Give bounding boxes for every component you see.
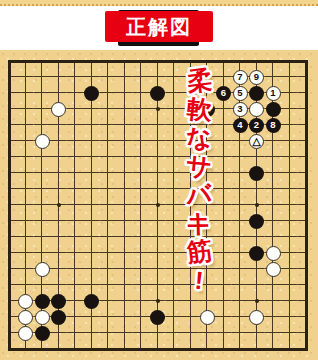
board-intersection [149, 277, 166, 293]
white-stone [51, 102, 66, 117]
board-intersection [17, 309, 34, 325]
board-intersection [83, 341, 100, 351]
board-intersection [8, 309, 18, 325]
board-intersection [83, 133, 100, 149]
board-intersection [8, 341, 18, 351]
board-intersection [50, 213, 67, 229]
board-intersection [298, 277, 308, 293]
board-intersection [83, 245, 100, 261]
top-decorative-strip [0, 0, 318, 6]
board-intersection [116, 181, 133, 197]
board-intersection [265, 133, 282, 149]
board-intersection [248, 309, 265, 325]
board-intersection: 2 [248, 117, 265, 133]
board-intersection [265, 229, 282, 245]
board-intersection [149, 261, 166, 277]
board-intersection [100, 261, 117, 277]
board-intersection [8, 101, 18, 117]
white-stone [249, 102, 264, 117]
board-intersection [34, 165, 51, 181]
slogan-char: 柔 [185, 65, 213, 96]
board-intersection [83, 149, 100, 165]
board-intersection [281, 341, 298, 351]
board-intersection [116, 309, 133, 325]
board-intersection [215, 309, 232, 325]
board-intersection [116, 197, 133, 213]
board-intersection [116, 245, 133, 261]
go-board: 796513428△ [0, 50, 318, 360]
board-intersection [149, 341, 166, 351]
board-intersection [232, 149, 249, 165]
board-intersection [182, 293, 199, 309]
board-intersection [248, 165, 265, 181]
board-intersection [67, 165, 84, 181]
board-intersection [116, 101, 133, 117]
board-intersection [50, 261, 67, 277]
board-intersection [149, 309, 166, 325]
board-intersection [83, 261, 100, 277]
board-intersection [298, 165, 308, 181]
board-intersection [281, 213, 298, 229]
board-intersection [232, 133, 249, 149]
board-intersection [8, 261, 18, 277]
board-intersection [100, 341, 117, 351]
board-intersection [100, 85, 117, 101]
board-intersection [248, 197, 265, 213]
board-intersection [298, 341, 308, 351]
board-intersection [50, 245, 67, 261]
board-intersection [83, 293, 100, 309]
board-intersection [232, 213, 249, 229]
board-intersection [281, 261, 298, 277]
board-intersection [67, 213, 84, 229]
board-intersection [34, 229, 51, 245]
board-intersection [83, 277, 100, 293]
triangle-mark-icon: △ [252, 135, 260, 146]
white-stone-triangle-marked: △ [249, 134, 264, 149]
board-intersection [83, 60, 100, 70]
board-intersection [116, 149, 133, 165]
board-intersection [133, 165, 150, 181]
board-intersection [116, 133, 133, 149]
board-intersection [100, 293, 117, 309]
board-intersection [17, 213, 34, 229]
board-intersection [50, 133, 67, 149]
board-intersection [67, 69, 84, 85]
board-intersection [17, 133, 34, 149]
white-stone [18, 310, 33, 325]
board-intersection [298, 245, 308, 261]
board-intersection [281, 165, 298, 181]
board-intersection [149, 101, 166, 117]
slogan-char: な [185, 122, 214, 153]
board-intersection [83, 213, 100, 229]
board-intersection [133, 69, 150, 85]
board-intersection [116, 85, 133, 101]
board-intersection [232, 197, 249, 213]
board-intersection [17, 117, 34, 133]
board-intersection [116, 293, 133, 309]
board-intersection [265, 149, 282, 165]
board-intersection [133, 245, 150, 261]
board-intersection [100, 181, 117, 197]
black-stone-move-4: 4 [233, 118, 248, 133]
board-intersection [8, 245, 18, 261]
board-intersection [67, 149, 84, 165]
black-stone-move-8: 8 [266, 118, 281, 133]
board-intersection [133, 341, 150, 351]
board-intersection [67, 325, 84, 341]
board-intersection [199, 293, 216, 309]
board-intersection [83, 229, 100, 245]
board-intersection [17, 181, 34, 197]
board-intersection [116, 229, 133, 245]
board-intersection [248, 101, 265, 117]
board-intersection [133, 197, 150, 213]
board-intersection [281, 277, 298, 293]
board-intersection [8, 165, 18, 181]
slogan-char: キ [185, 207, 213, 238]
board-intersection [248, 149, 265, 165]
board-intersection [67, 277, 84, 293]
board-intersection [133, 213, 150, 229]
board-intersection [17, 165, 34, 181]
black-stone [51, 294, 66, 309]
board-intersection [34, 117, 51, 133]
white-stone-move-1: 1 [266, 86, 281, 101]
board-intersection [100, 325, 117, 341]
board-intersection [133, 149, 150, 165]
board-intersection [100, 60, 117, 70]
board-intersection [265, 60, 282, 70]
board-intersection [248, 181, 265, 197]
white-stone [18, 294, 33, 309]
board-intersection [149, 213, 166, 229]
black-stone [266, 102, 281, 117]
board-intersection [8, 197, 18, 213]
board-intersection [34, 85, 51, 101]
black-stone [249, 86, 264, 101]
board-intersection [133, 309, 150, 325]
board-intersection [50, 277, 67, 293]
board-intersection [67, 309, 84, 325]
board-intersection [298, 60, 308, 70]
board-intersection [116, 117, 133, 133]
board-intersection [50, 85, 67, 101]
board-intersection [133, 133, 150, 149]
board-intersection: 8 [265, 117, 282, 133]
board-intersection [281, 181, 298, 197]
board-intersection [298, 293, 308, 309]
board-intersection: 9 [248, 69, 265, 85]
board-intersection [232, 181, 249, 197]
board-intersection [248, 261, 265, 277]
board-intersection [34, 245, 51, 261]
board-intersection: △ [248, 133, 265, 149]
board-intersection [83, 85, 100, 101]
board-intersection [67, 341, 84, 351]
black-stone [35, 326, 50, 341]
board-intersection [50, 60, 67, 70]
black-stone [51, 310, 66, 325]
board-intersection [149, 117, 166, 133]
board-intersection [265, 101, 282, 117]
white-stone-move-3: 3 [233, 102, 248, 117]
board-intersection [67, 197, 84, 213]
board-intersection [34, 261, 51, 277]
white-stone [200, 310, 215, 325]
board-intersection [8, 277, 18, 293]
board-intersection [265, 245, 282, 261]
board-intersection [17, 261, 34, 277]
board-intersection [50, 181, 67, 197]
board-intersection [50, 341, 67, 351]
board-intersection [232, 245, 249, 261]
board-intersection [8, 181, 18, 197]
board-intersection [50, 117, 67, 133]
white-stone-move-7: 7 [233, 70, 248, 85]
board-intersection [265, 181, 282, 197]
board-intersection [100, 245, 117, 261]
board-intersection [248, 341, 265, 351]
board-intersection [281, 309, 298, 325]
board-intersection [298, 213, 308, 229]
board-intersection [281, 245, 298, 261]
board-intersection [83, 69, 100, 85]
board-intersection [248, 85, 265, 101]
board-intersection: 4 [232, 117, 249, 133]
board-intersection [133, 277, 150, 293]
slogan-char: サ [185, 150, 213, 181]
board-intersection [116, 165, 133, 181]
white-stone [249, 310, 264, 325]
board-intersection [34, 213, 51, 229]
board-intersection [34, 341, 51, 351]
board-intersection [133, 261, 150, 277]
board-intersection [149, 149, 166, 165]
board-intersection [83, 309, 100, 325]
board-intersection [265, 293, 282, 309]
board-intersection [232, 261, 249, 277]
board-intersection [232, 341, 249, 351]
board-intersection [17, 341, 34, 351]
board-intersection [50, 325, 67, 341]
board-intersection [248, 229, 265, 245]
white-stone [35, 262, 50, 277]
board-intersection [100, 133, 117, 149]
black-stone [84, 86, 99, 101]
board-intersection: 7 [232, 69, 249, 85]
board-intersection [265, 277, 282, 293]
board-intersection [17, 325, 34, 341]
board-intersection [265, 213, 282, 229]
board-intersection: 3 [232, 101, 249, 117]
board-intersection [298, 325, 308, 341]
board-intersection [8, 85, 18, 101]
board-intersection [166, 309, 183, 325]
board-intersection [8, 60, 18, 70]
board-intersection [34, 181, 51, 197]
board-intersection [83, 197, 100, 213]
board-intersection [133, 229, 150, 245]
board-intersection [17, 277, 34, 293]
board-intersection [248, 325, 265, 341]
board-intersection [133, 181, 150, 197]
black-stone [249, 214, 264, 229]
white-stone [35, 134, 50, 149]
board-intersection [232, 277, 249, 293]
board-intersection [50, 309, 67, 325]
board-intersection [149, 325, 166, 341]
board-intersection [298, 117, 308, 133]
board-intersection [149, 60, 166, 70]
board-intersection [248, 60, 265, 70]
board-intersection [265, 197, 282, 213]
board-intersection [50, 197, 67, 213]
board-intersection [149, 85, 166, 101]
board-intersection [232, 309, 249, 325]
board-intersection [67, 229, 84, 245]
board-intersection [50, 101, 67, 117]
board-intersection [116, 60, 133, 70]
board-intersection [215, 325, 232, 341]
board-intersection [67, 245, 84, 261]
board-intersection [199, 309, 216, 325]
board-intersection [83, 117, 100, 133]
board-intersection [281, 117, 298, 133]
board-intersection [248, 293, 265, 309]
black-stone [249, 166, 264, 181]
board-intersection [281, 60, 298, 70]
board-intersection [50, 229, 67, 245]
white-stone [18, 326, 33, 341]
board-intersection [34, 293, 51, 309]
board-intersection [67, 101, 84, 117]
board-intersection [149, 229, 166, 245]
board-intersection [298, 309, 308, 325]
board-intersection [149, 69, 166, 85]
header-label: 正解図 [126, 17, 192, 37]
board-intersection [133, 60, 150, 70]
board-intersection [281, 85, 298, 101]
board-intersection [17, 60, 34, 70]
board-intersection [149, 165, 166, 181]
board-intersection [17, 85, 34, 101]
slogan-char: 軟 [185, 93, 213, 124]
black-stone [35, 294, 50, 309]
board-intersection [133, 117, 150, 133]
board-intersection [281, 229, 298, 245]
board-intersection [67, 85, 84, 101]
board-intersection [281, 69, 298, 85]
board-intersection [34, 69, 51, 85]
board-intersection [8, 213, 18, 229]
board-intersection [17, 101, 34, 117]
board-intersection [298, 197, 308, 213]
slogan-char: ! [193, 265, 204, 294]
board-intersection [133, 101, 150, 117]
board-intersection [100, 197, 117, 213]
board-intersection [182, 341, 199, 351]
board-intersection [100, 309, 117, 325]
board-intersection [265, 341, 282, 351]
board-intersection [149, 133, 166, 149]
board-intersection [83, 165, 100, 181]
board-intersection [17, 149, 34, 165]
board-intersection [8, 117, 18, 133]
board-intersection [17, 197, 34, 213]
board-intersection [298, 181, 308, 197]
black-stone-move-2: 2 [249, 118, 264, 133]
slogan-char: バ [185, 179, 214, 210]
board-frame: 796513428△ [8, 60, 308, 351]
board-intersection [67, 261, 84, 277]
board-intersection [100, 69, 117, 85]
board-intersection [298, 133, 308, 149]
board-intersection [281, 197, 298, 213]
board-intersection [8, 293, 18, 309]
board-intersection [100, 101, 117, 117]
black-stone [150, 310, 165, 325]
board-intersection [298, 229, 308, 245]
board-intersection [199, 325, 216, 341]
board-intersection [100, 117, 117, 133]
board-intersection [298, 69, 308, 85]
board-intersection [133, 293, 150, 309]
board-intersection [232, 60, 249, 70]
board-intersection [265, 69, 282, 85]
board-intersection [248, 245, 265, 261]
board-intersection [8, 149, 18, 165]
board-intersection [50, 69, 67, 85]
board-intersection [166, 341, 183, 351]
board-intersection [149, 181, 166, 197]
board-intersection [67, 181, 84, 197]
board-intersection [116, 341, 133, 351]
board-intersection [149, 245, 166, 261]
board-intersection [149, 197, 166, 213]
board-intersection [34, 149, 51, 165]
board-intersection [8, 325, 18, 341]
board-intersection [67, 133, 84, 149]
board-intersection [248, 277, 265, 293]
slogan-vertical-text: 柔軟なサバキ筋! [176, 66, 222, 294]
white-stone [35, 310, 50, 325]
slogan-char: 筋 [185, 236, 213, 267]
board-intersection [67, 60, 84, 70]
board-intersection [83, 181, 100, 197]
board-intersection [50, 165, 67, 181]
board-intersection [83, 101, 100, 117]
board-intersection [100, 149, 117, 165]
board-intersection [298, 101, 308, 117]
board-intersection [298, 85, 308, 101]
board-intersection [17, 69, 34, 85]
board-intersection: 1 [265, 85, 282, 101]
board-intersection [50, 149, 67, 165]
board-intersection [34, 60, 51, 70]
board-intersection [116, 261, 133, 277]
board-intersection [67, 117, 84, 133]
board-intersection [166, 293, 183, 309]
board-intersection [215, 293, 232, 309]
board-intersection [8, 69, 18, 85]
board-grid: 796513428△ [8, 60, 308, 351]
board-intersection [166, 325, 183, 341]
board-intersection [281, 149, 298, 165]
board-intersection [17, 245, 34, 261]
board-intersection [182, 309, 199, 325]
